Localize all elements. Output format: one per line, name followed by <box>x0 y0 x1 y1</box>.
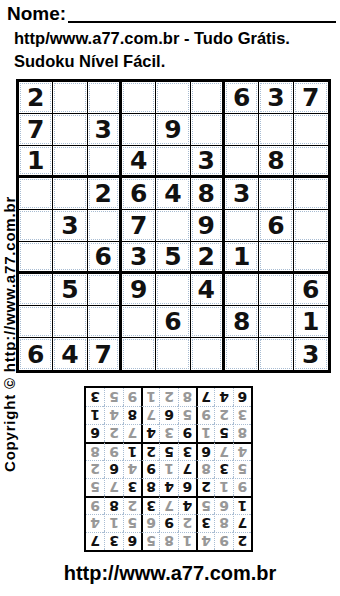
scell-r6c5: 5 <box>159 442 177 460</box>
pcell-r7c6: 4 <box>191 274 225 306</box>
puzzle-digit: 9 <box>130 277 147 302</box>
scell-r3c8: 8 <box>104 496 122 514</box>
puzzle-digit: 7 <box>27 117 44 142</box>
solution-given-digit: 1 <box>237 499 247 513</box>
scell-r4c4: 6 <box>178 478 196 496</box>
scell-r5c3: 8 <box>196 460 214 478</box>
puzzle-digit: 2 <box>95 181 112 206</box>
scell-r2c8: 1 <box>104 514 122 532</box>
pcell-r3c4: 4 <box>122 146 156 178</box>
puzzle-digit: 5 <box>164 244 181 269</box>
scell-r1c3: 4 <box>196 532 214 550</box>
scell-r7c1: 8 <box>233 424 251 442</box>
solution-given-digit: 6 <box>182 481 192 495</box>
puzzle-digit: 3 <box>267 85 284 110</box>
solution-grid: 2941856377832965141654732899126483755387… <box>84 386 253 552</box>
pcell-r9c5 <box>156 338 190 370</box>
puzzle-digit: 7 <box>130 213 147 238</box>
solution-solved-digit: 4 <box>90 517 100 531</box>
scell-r5c7: 4 <box>123 460 141 478</box>
solution-given-digit: 2 <box>237 535 247 549</box>
puzzle-digit: 7 <box>95 342 112 367</box>
sudoku-sheet: Nome: http/www.a77.com.br - Tudo Grátis.… <box>0 0 340 596</box>
scell-r7c6: 4 <box>141 424 159 442</box>
solution-solved-digit: 5 <box>146 535 156 549</box>
pcell-r5c2: 3 <box>53 210 87 242</box>
pcell-r5c3 <box>88 210 122 242</box>
solution-given-digit: 3 <box>90 390 100 404</box>
scell-r3c2: 6 <box>214 496 232 514</box>
pcell-r9c9: 3 <box>294 338 328 370</box>
pcell-r5c8: 6 <box>259 210 293 242</box>
puzzle-digit: 4 <box>61 342 78 367</box>
pcell-r2c3: 3 <box>88 114 122 146</box>
pcell-r4c8 <box>259 178 293 210</box>
pcell-r7c4: 9 <box>122 274 156 306</box>
puzzle-digit: 3 <box>233 181 250 206</box>
solution-solved-digit: 1 <box>201 427 211 441</box>
solution-given-digit: 3 <box>182 445 192 459</box>
scell-r8c4: 5 <box>178 406 196 424</box>
pcell-r9c6 <box>191 338 225 370</box>
puzzle-digit: 4 <box>164 181 181 206</box>
solution-solved-digit: 7 <box>219 445 229 459</box>
scell-r1c7: 6 <box>123 532 141 550</box>
pcell-r3c7 <box>225 146 259 178</box>
pcell-r8c7: 8 <box>225 306 259 338</box>
solution-given-digit: 1 <box>90 409 100 423</box>
solution-solved-digit: 1 <box>182 535 192 549</box>
solution-solved-digit: 2 <box>164 390 174 404</box>
solution-solved-digit: 4 <box>201 535 211 549</box>
pcell-r8c2 <box>53 306 87 338</box>
pcell-r2c6 <box>191 114 225 146</box>
scell-r3c3: 5 <box>196 496 214 514</box>
scell-r6c7: 1 <box>123 442 141 460</box>
solution-solved-digit: 8 <box>164 535 174 549</box>
scell-r3c4: 4 <box>178 496 196 514</box>
solution-given-digit: 9 <box>182 427 192 441</box>
pcell-r2c8 <box>259 114 293 146</box>
pcell-r3c5 <box>156 146 190 178</box>
puzzle-digit: 3 <box>95 117 112 142</box>
puzzle-digit: 2 <box>198 244 215 269</box>
scell-r8c3: 9 <box>196 406 214 424</box>
scell-r4c2: 1 <box>214 478 232 496</box>
pcell-r2c4 <box>122 114 156 146</box>
solution-given-digit: 3 <box>201 517 211 531</box>
puzzle-digit: 7 <box>302 85 319 110</box>
solution-solved-digit: 1 <box>164 463 174 477</box>
solution-solved-digit: 4 <box>237 445 247 459</box>
solution-given-digit: 8 <box>146 481 156 495</box>
scell-r2c3: 3 <box>196 514 214 532</box>
solution-given-digit: 2 <box>201 481 211 495</box>
pcell-r9c2: 4 <box>53 338 87 370</box>
scell-r9c2: 4 <box>214 388 232 406</box>
pcell-r3c9 <box>294 146 328 178</box>
puzzle-digit: 2 <box>27 85 44 110</box>
scell-r4c3: 2 <box>196 478 214 496</box>
solution-given-digit: 3 <box>127 481 137 495</box>
scell-r3c6: 3 <box>141 496 159 514</box>
solution-solved-digit: 2 <box>182 517 192 531</box>
pcell-r5c5 <box>156 210 190 242</box>
pcell-r2c2 <box>53 114 87 146</box>
solution-solved-digit: 2 <box>90 463 100 477</box>
puzzle-digit: 8 <box>267 148 284 173</box>
solution-solved-digit: 1 <box>219 481 229 495</box>
pcell-r6c4: 3 <box>122 242 156 274</box>
pcell-r7c3 <box>88 274 122 306</box>
puzzle-digit: 6 <box>267 213 284 238</box>
solution-solved-digit: 9 <box>237 481 247 495</box>
scell-r7c5: 3 <box>159 424 177 442</box>
scell-r9c6: 1 <box>141 388 159 406</box>
puzzle-digit: 1 <box>233 244 250 269</box>
scell-r8c6: 7 <box>141 406 159 424</box>
solution-solved-digit: 8 <box>237 427 247 441</box>
solution-given-digit: 7 <box>182 463 192 477</box>
pcell-r5c7 <box>225 210 259 242</box>
scell-r1c1: 2 <box>233 532 251 550</box>
puzzle-title: Sudoku Nível Fácil. <box>14 52 165 71</box>
solution-given-digit: 3 <box>219 463 229 477</box>
pcell-r8c8 <box>259 306 293 338</box>
scell-r7c8: 2 <box>104 424 122 442</box>
pcell-r9c1: 6 <box>19 338 53 370</box>
pcell-r6c7: 1 <box>225 242 259 274</box>
solution-solved-digit: 9 <box>127 390 137 404</box>
solution-solved-digit: 9 <box>90 499 100 513</box>
solution-given-digit: 4 <box>164 481 174 495</box>
scell-r6c8: 9 <box>104 442 122 460</box>
pcell-r1c7: 6 <box>225 82 259 114</box>
solution-solved-digit: 9 <box>109 445 119 459</box>
solution-solved-digit: 8 <box>219 517 229 531</box>
solution-given-digit: 3 <box>109 535 119 549</box>
scell-r7c2: 5 <box>214 424 232 442</box>
scell-r9c7: 9 <box>123 388 141 406</box>
scell-r7c3: 1 <box>196 424 214 442</box>
solution-given-digit: 8 <box>127 409 137 423</box>
pcell-r6c5: 5 <box>156 242 190 274</box>
pcell-r1c8: 3 <box>259 82 293 114</box>
puzzle-digit: 6 <box>130 181 147 206</box>
pcell-r8c1 <box>19 306 53 338</box>
pcell-r3c6: 3 <box>191 146 225 178</box>
pcell-r4c6: 8 <box>191 178 225 210</box>
scell-r8c9: 1 <box>86 406 104 424</box>
solution-given-digit: 6 <box>90 427 100 441</box>
solution-solved-digit: 9 <box>201 409 211 423</box>
puzzle-grid: 263773914382648337966352159466816473 <box>16 79 331 373</box>
solution-given-digit: 5 <box>219 427 229 441</box>
pcell-r9c3: 7 <box>88 338 122 370</box>
solution-given-digit: 6 <box>237 390 247 404</box>
scell-r6c1: 4 <box>233 442 251 460</box>
pcell-r4c3: 2 <box>88 178 122 210</box>
pcell-r2c9 <box>294 114 328 146</box>
solution-solved-digit: 1 <box>146 390 156 404</box>
solution-solved-digit: 7 <box>109 481 119 495</box>
pcell-r6c9 <box>294 242 328 274</box>
pcell-r5c6: 9 <box>191 210 225 242</box>
puzzle-digit: 9 <box>198 213 215 238</box>
solution-solved-digit: 2 <box>127 499 137 513</box>
pcell-r9c4 <box>122 338 156 370</box>
scell-r3c7: 2 <box>123 496 141 514</box>
scell-r1c4: 1 <box>178 532 196 550</box>
solution-solved-digit: 2 <box>219 409 229 423</box>
scell-r9c5: 2 <box>159 388 177 406</box>
pcell-r5c9 <box>294 210 328 242</box>
scell-r9c8: 5 <box>104 388 122 406</box>
puzzle-digit: 3 <box>302 342 319 367</box>
scell-r2c7: 5 <box>123 514 141 532</box>
scell-r5c1: 5 <box>233 460 251 478</box>
solution-given-digit: 7 <box>90 535 100 549</box>
solution-given-digit: 6 <box>201 445 211 459</box>
scell-r1c5: 8 <box>159 532 177 550</box>
name-row: Nome: <box>7 3 338 23</box>
solution-given-digit: 6 <box>109 463 119 477</box>
scell-r2c1: 7 <box>233 514 251 532</box>
copyright-vertical-text: Copyright © http://www.a77.com.br <box>1 80 18 472</box>
solution-solved-digit: 1 <box>109 517 119 531</box>
scell-r1c6: 5 <box>141 532 159 550</box>
scell-r1c8: 3 <box>104 532 122 550</box>
solution-given-digit: 5 <box>164 445 174 459</box>
solution-given-digit: 7 <box>201 390 211 404</box>
pcell-r6c6: 2 <box>191 242 225 274</box>
solution-solved-digit: 9 <box>219 535 229 549</box>
solution-solved-digit: 5 <box>237 463 247 477</box>
pcell-r8c9: 1 <box>294 306 328 338</box>
scell-r9c4: 8 <box>178 388 196 406</box>
scell-r8c2: 2 <box>214 406 232 424</box>
solution-given-digit: 4 <box>182 499 192 513</box>
scell-r9c3: 7 <box>196 388 214 406</box>
solution-given-digit: 8 <box>109 499 119 513</box>
scell-r4c5: 4 <box>159 478 177 496</box>
pcell-r4c5: 4 <box>156 178 190 210</box>
puzzle-digit: 6 <box>233 85 250 110</box>
scell-r5c6: 9 <box>141 460 159 478</box>
pcell-r5c1 <box>19 210 53 242</box>
solution-solved-digit: 8 <box>90 445 100 459</box>
pcell-r6c8 <box>259 242 293 274</box>
pcell-r4c9 <box>294 178 328 210</box>
pcell-r7c2: 5 <box>53 274 87 306</box>
puzzle-digit: 4 <box>130 148 147 173</box>
puzzle-digit: 8 <box>233 309 250 334</box>
solution-solved-digit: 6 <box>146 517 156 531</box>
solution-given-digit: 2 <box>146 445 156 459</box>
puzzle-digit: 6 <box>302 277 319 302</box>
pcell-r7c5 <box>156 274 190 306</box>
pcell-r6c2 <box>53 242 87 274</box>
solution-solved-digit: 5 <box>90 481 100 495</box>
footer-url: http://www.a77.com.br <box>0 562 340 585</box>
scell-r4c8: 7 <box>104 478 122 496</box>
pcell-r7c9: 6 <box>294 274 328 306</box>
scell-r9c1: 6 <box>233 388 251 406</box>
solution-given-digit: 3 <box>146 499 156 513</box>
solution-given-digit: 9 <box>164 517 174 531</box>
pcell-r1c5 <box>156 82 190 114</box>
pcell-r1c1: 2 <box>19 82 53 114</box>
pcell-r5c4: 7 <box>122 210 156 242</box>
pcell-r9c7 <box>225 338 259 370</box>
solution-solved-digit: 3 <box>164 427 174 441</box>
puzzle-digit: 4 <box>198 277 215 302</box>
scell-r4c6: 8 <box>141 478 159 496</box>
scell-r7c4: 9 <box>178 424 196 442</box>
solution-solved-digit: 8 <box>201 463 211 477</box>
scell-r4c9: 5 <box>86 478 104 496</box>
puzzle-digit: 5 <box>61 277 78 302</box>
puzzle-digit: 1 <box>27 148 44 173</box>
solution-given-digit: 4 <box>219 390 229 404</box>
puzzle-digit: 8 <box>198 181 215 206</box>
solution-solved-digit: 5 <box>127 517 137 531</box>
puzzle-digit: 6 <box>164 309 181 334</box>
solution-solved-digit: 4 <box>127 463 137 477</box>
pcell-r8c4 <box>122 306 156 338</box>
solution-solved-digit: 5 <box>109 390 119 404</box>
scell-r3c9: 9 <box>86 496 104 514</box>
puzzle-digit: 1 <box>302 309 319 334</box>
scell-r7c7: 7 <box>123 424 141 442</box>
pcell-r4c7: 3 <box>225 178 259 210</box>
puzzle-digit: 3 <box>130 244 147 269</box>
pcell-r1c3 <box>88 82 122 114</box>
scell-r6c2: 7 <box>214 442 232 460</box>
solution-solved-digit: 6 <box>219 499 229 513</box>
puzzle-digit: 3 <box>61 213 78 238</box>
solution-given-digit: 1 <box>127 445 137 459</box>
scell-r8c5: 6 <box>159 406 177 424</box>
scell-r5c5: 1 <box>159 460 177 478</box>
pcell-r4c2 <box>53 178 87 210</box>
puzzle-digit: 9 <box>164 117 181 142</box>
solution-solved-digit: 4 <box>109 409 119 423</box>
pcell-r9c8 <box>259 338 293 370</box>
solution-given-digit: 6 <box>127 535 137 549</box>
solution-solved-digit: 5 <box>201 499 211 513</box>
solution-given-digit: 6 <box>164 409 174 423</box>
pcell-r3c8: 8 <box>259 146 293 178</box>
solution-solved-digit: 5 <box>182 409 192 423</box>
scell-r2c6: 6 <box>141 514 159 532</box>
puzzle-digit: 6 <box>95 244 112 269</box>
solution-solved-digit: 7 <box>164 499 174 513</box>
scell-r1c2: 9 <box>214 532 232 550</box>
pcell-r7c7 <box>225 274 259 306</box>
scell-r8c1: 3 <box>233 406 251 424</box>
pcell-r6c3: 6 <box>88 242 122 274</box>
solution-solved-digit: 7 <box>127 427 137 441</box>
scell-r5c4: 7 <box>178 460 196 478</box>
scell-r9c9: 3 <box>86 388 104 406</box>
scell-r4c7: 3 <box>123 478 141 496</box>
scell-r6c3: 6 <box>196 442 214 460</box>
scell-r6c4: 3 <box>178 442 196 460</box>
pcell-r7c1 <box>19 274 53 306</box>
pcell-r8c5: 6 <box>156 306 190 338</box>
pcell-r8c3 <box>88 306 122 338</box>
pcell-r6c1 <box>19 242 53 274</box>
scell-r5c9: 2 <box>86 460 104 478</box>
scell-r5c8: 6 <box>104 460 122 478</box>
scell-r2c4: 2 <box>178 514 196 532</box>
scell-r1c9: 7 <box>86 532 104 550</box>
pcell-r2c5: 9 <box>156 114 190 146</box>
scell-r5c2: 3 <box>214 460 232 478</box>
solution-given-digit: 7 <box>237 517 247 531</box>
scell-r2c5: 9 <box>159 514 177 532</box>
solution-given-digit: 9 <box>146 463 156 477</box>
solution-solved-digit: 8 <box>182 390 192 404</box>
scell-r8c7: 8 <box>123 406 141 424</box>
pcell-r7c8 <box>259 274 293 306</box>
scell-r8c8: 4 <box>104 406 122 424</box>
pcell-r1c4 <box>122 82 156 114</box>
scell-r4c1: 9 <box>233 478 251 496</box>
pcell-r3c2 <box>53 146 87 178</box>
pcell-r1c2 <box>53 82 87 114</box>
scell-r6c9: 8 <box>86 442 104 460</box>
solution-given-digit: 4 <box>146 427 156 441</box>
site-tagline: http/www.a77.com.br - Tudo Grátis. <box>14 29 290 48</box>
scell-r2c2: 8 <box>214 514 232 532</box>
pcell-r3c3 <box>88 146 122 178</box>
pcell-r4c4: 6 <box>122 178 156 210</box>
pcell-r4c1 <box>19 178 53 210</box>
solution-solved-digit: 7 <box>146 409 156 423</box>
puzzle-digit: 6 <box>27 342 44 367</box>
pcell-r1c6 <box>191 82 225 114</box>
solution-solved-digit: 3 <box>237 409 247 423</box>
pcell-r2c7 <box>225 114 259 146</box>
puzzle-digit: 3 <box>198 148 215 173</box>
name-label: Nome: <box>7 4 66 23</box>
scell-r7c9: 6 <box>86 424 104 442</box>
pcell-r2c1: 7 <box>19 114 53 146</box>
scell-r3c5: 7 <box>159 496 177 514</box>
scell-r6c6: 2 <box>141 442 159 460</box>
pcell-r8c6 <box>191 306 225 338</box>
solution-solved-digit: 2 <box>109 427 119 441</box>
pcell-r1c9: 7 <box>294 82 328 114</box>
pcell-r3c1: 1 <box>19 146 53 178</box>
scell-r2c9: 4 <box>86 514 104 532</box>
name-underline <box>68 3 336 23</box>
scell-r3c1: 1 <box>233 496 251 514</box>
